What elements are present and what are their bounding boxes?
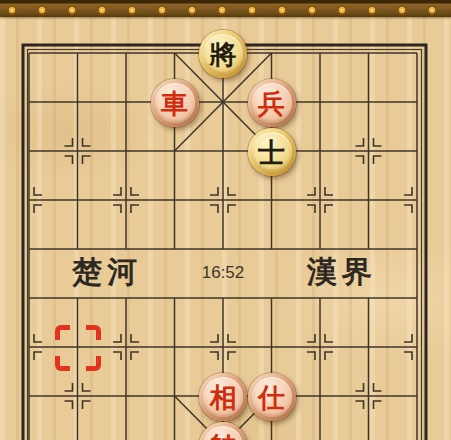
game-timer: 16:52 (202, 263, 245, 283)
last-move-marker (53, 323, 103, 373)
piece-red-advisor[interactable]: 仕 (248, 373, 296, 421)
piece-black-advisor[interactable]: 士 (248, 128, 296, 176)
piece-glyph-black-general: 將 (203, 34, 243, 74)
marker-corner-bottom-left (55, 356, 70, 371)
river-label-left: 楚河 (72, 252, 142, 293)
piece-glyph-black-advisor: 士 (252, 132, 292, 172)
marker-corner-top-right (86, 325, 101, 340)
piece-red-soldier[interactable]: 兵 (248, 79, 296, 127)
marker-corner-bottom-right (86, 356, 101, 371)
piece-red-elephant[interactable]: 相 (199, 373, 247, 421)
piece-black-general[interactable]: 將 (199, 30, 247, 78)
piece-glyph-red-elephant: 相 (203, 377, 243, 417)
piece-glyph-red-soldier: 兵 (252, 83, 292, 123)
xiangqi-board-screen: 楚河 16:52 漢界 將車兵士相仕帥 (0, 0, 451, 440)
piece-glyph-red-chariot: 車 (155, 83, 195, 123)
piece-glyph-red-advisor: 仕 (252, 377, 292, 417)
river-label-right: 漢界 (307, 252, 377, 293)
piece-glyph-red-general: 帥 (203, 426, 243, 440)
piece-red-chariot[interactable]: 車 (151, 79, 199, 127)
stud-rail (0, 0, 451, 17)
marker-corner-top-left (55, 325, 70, 340)
